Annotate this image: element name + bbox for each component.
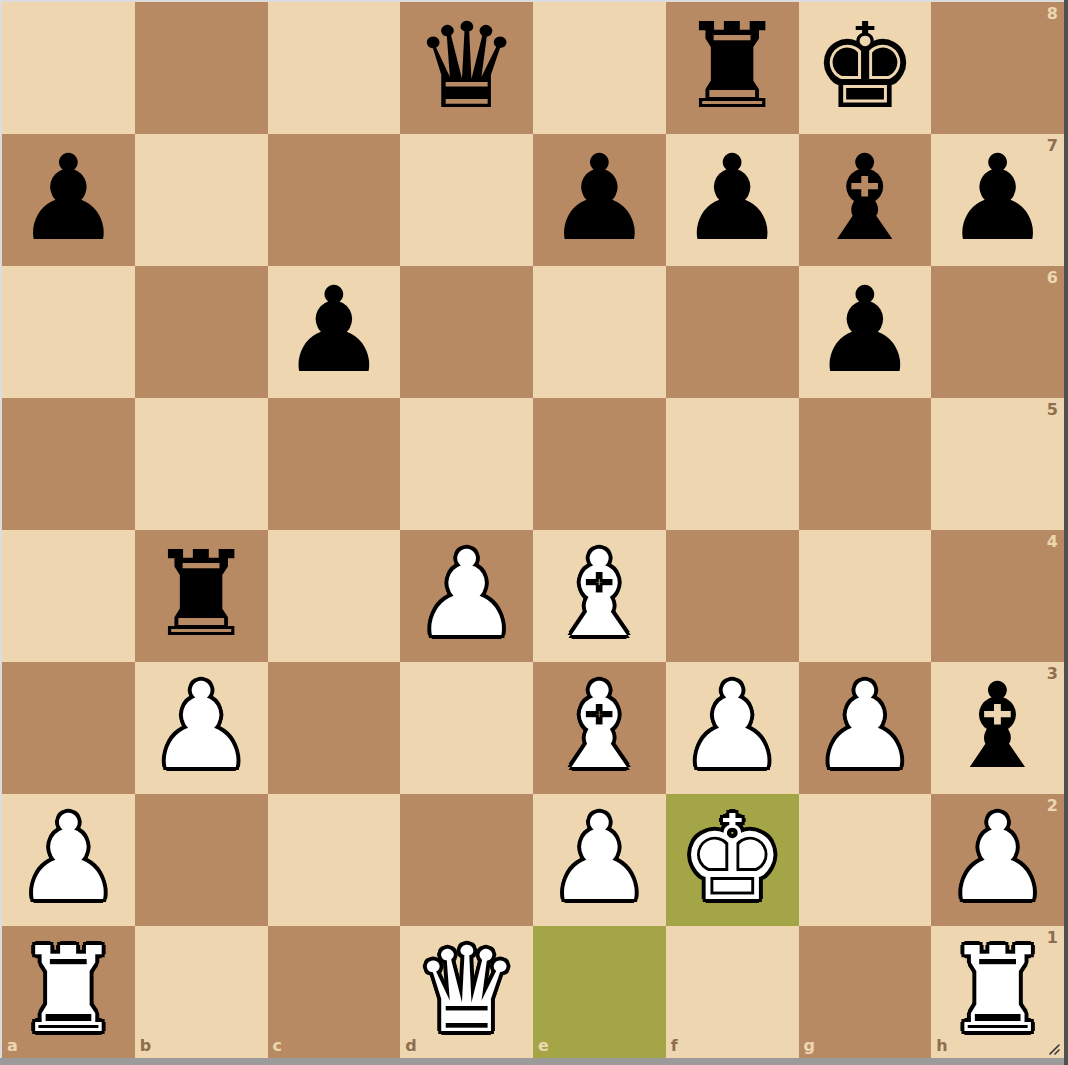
square-f1[interactable] — [666, 926, 799, 1058]
square-e8[interactable] — [533, 2, 666, 134]
white-queen-d1[interactable]: ♛ — [414, 931, 520, 1049]
square-f2[interactable]: ♚ — [666, 794, 799, 926]
square-e2[interactable]: ♟ — [533, 794, 666, 926]
white-rook-a1[interactable]: ♜ — [15, 931, 121, 1049]
black-pawn-c6[interactable]: ♟ — [281, 271, 387, 389]
right-edge-strip — [1064, 0, 1068, 1065]
square-h8[interactable] — [931, 2, 1064, 134]
white-king-f2[interactable]: ♚ — [679, 799, 785, 917]
white-pawn-a2[interactable]: ♟ — [15, 799, 121, 917]
square-b7[interactable] — [135, 134, 268, 266]
chess-board: ♛♜♚♟♟♟♝♟♟♟♜♟♝♟♝♟♟♝♟♟♚♟♜♛♜87654321abcdefg… — [2, 2, 1064, 1058]
square-a5[interactable] — [2, 398, 135, 530]
square-h5[interactable] — [931, 398, 1064, 530]
square-h3[interactable]: ♝ — [931, 662, 1064, 794]
square-a4[interactable] — [2, 530, 135, 662]
square-c2[interactable] — [268, 794, 401, 926]
square-h7[interactable]: ♟ — [931, 134, 1064, 266]
square-g3[interactable]: ♟ — [799, 662, 932, 794]
square-d7[interactable] — [400, 134, 533, 266]
square-c3[interactable] — [268, 662, 401, 794]
square-a6[interactable] — [2, 266, 135, 398]
black-pawn-a7[interactable]: ♟ — [15, 139, 121, 257]
square-c8[interactable] — [268, 2, 401, 134]
white-pawn-b3[interactable]: ♟ — [148, 667, 254, 785]
black-pawn-f7[interactable]: ♟ — [679, 139, 785, 257]
square-c5[interactable] — [268, 398, 401, 530]
square-g6[interactable]: ♟ — [799, 266, 932, 398]
black-bishop-h3[interactable]: ♝ — [945, 667, 1051, 785]
black-king-g8[interactable]: ♚ — [812, 7, 918, 125]
square-d8[interactable]: ♛ — [400, 2, 533, 134]
square-g2[interactable] — [799, 794, 932, 926]
white-pawn-f3[interactable]: ♟ — [679, 667, 785, 785]
square-d6[interactable] — [400, 266, 533, 398]
white-bishop-e4[interactable]: ♝ — [546, 535, 652, 653]
square-d2[interactable] — [400, 794, 533, 926]
square-d4[interactable]: ♟ — [400, 530, 533, 662]
square-c7[interactable] — [268, 134, 401, 266]
square-g5[interactable] — [799, 398, 932, 530]
square-f7[interactable]: ♟ — [666, 134, 799, 266]
black-queen-d8[interactable]: ♛ — [414, 7, 520, 125]
square-a8[interactable] — [2, 2, 135, 134]
square-g4[interactable] — [799, 530, 932, 662]
square-f8[interactable]: ♜ — [666, 2, 799, 134]
square-a1[interactable]: ♜ — [2, 926, 135, 1058]
black-rook-f8[interactable]: ♜ — [679, 7, 785, 125]
square-c4[interactable] — [268, 530, 401, 662]
black-bishop-g7[interactable]: ♝ — [812, 139, 918, 257]
white-bishop-e3[interactable]: ♝ — [546, 667, 652, 785]
square-b1[interactable] — [135, 926, 268, 1058]
square-d3[interactable] — [400, 662, 533, 794]
square-b4[interactable]: ♜ — [135, 530, 268, 662]
square-h2[interactable]: ♟ — [931, 794, 1064, 926]
square-c1[interactable] — [268, 926, 401, 1058]
square-e3[interactable]: ♝ — [533, 662, 666, 794]
square-h6[interactable] — [931, 266, 1064, 398]
square-e1[interactable] — [533, 926, 666, 1058]
white-pawn-g3[interactable]: ♟ — [812, 667, 918, 785]
square-f6[interactable] — [666, 266, 799, 398]
white-rook-h1[interactable]: ♜ — [945, 931, 1051, 1049]
square-d5[interactable] — [400, 398, 533, 530]
square-g8[interactable]: ♚ — [799, 2, 932, 134]
square-e7[interactable]: ♟ — [533, 134, 666, 266]
white-pawn-h2[interactable]: ♟ — [945, 799, 1051, 917]
square-e5[interactable] — [533, 398, 666, 530]
square-h4[interactable] — [931, 530, 1064, 662]
square-b6[interactable] — [135, 266, 268, 398]
bottom-edge-strip — [0, 1058, 1064, 1065]
black-pawn-h7[interactable]: ♟ — [945, 139, 1051, 257]
white-pawn-d4[interactable]: ♟ — [414, 535, 520, 653]
square-f4[interactable] — [666, 530, 799, 662]
square-a2[interactable]: ♟ — [2, 794, 135, 926]
black-pawn-g6[interactable]: ♟ — [812, 271, 918, 389]
square-c6[interactable]: ♟ — [268, 266, 401, 398]
square-b5[interactable] — [135, 398, 268, 530]
square-a7[interactable]: ♟ — [2, 134, 135, 266]
square-b3[interactable]: ♟ — [135, 662, 268, 794]
square-f3[interactable]: ♟ — [666, 662, 799, 794]
board-resize-handle-icon[interactable] — [1046, 1041, 1061, 1056]
white-pawn-e2[interactable]: ♟ — [546, 799, 652, 917]
square-d1[interactable]: ♛ — [400, 926, 533, 1058]
chess-board-widget: ♛♜♚♟♟♟♝♟♟♟♜♟♝♟♝♟♟♝♟♟♚♟♜♛♜87654321abcdefg… — [0, 0, 1068, 1065]
square-e4[interactable]: ♝ — [533, 530, 666, 662]
square-f5[interactable] — [666, 398, 799, 530]
square-b8[interactable] — [135, 2, 268, 134]
square-b2[interactable] — [135, 794, 268, 926]
square-e6[interactable] — [533, 266, 666, 398]
square-h1[interactable]: ♜ — [931, 926, 1064, 1058]
black-pawn-e7[interactable]: ♟ — [546, 139, 652, 257]
black-rook-b4[interactable]: ♜ — [148, 535, 254, 653]
square-g7[interactable]: ♝ — [799, 134, 932, 266]
square-a3[interactable] — [2, 662, 135, 794]
square-g1[interactable] — [799, 926, 932, 1058]
